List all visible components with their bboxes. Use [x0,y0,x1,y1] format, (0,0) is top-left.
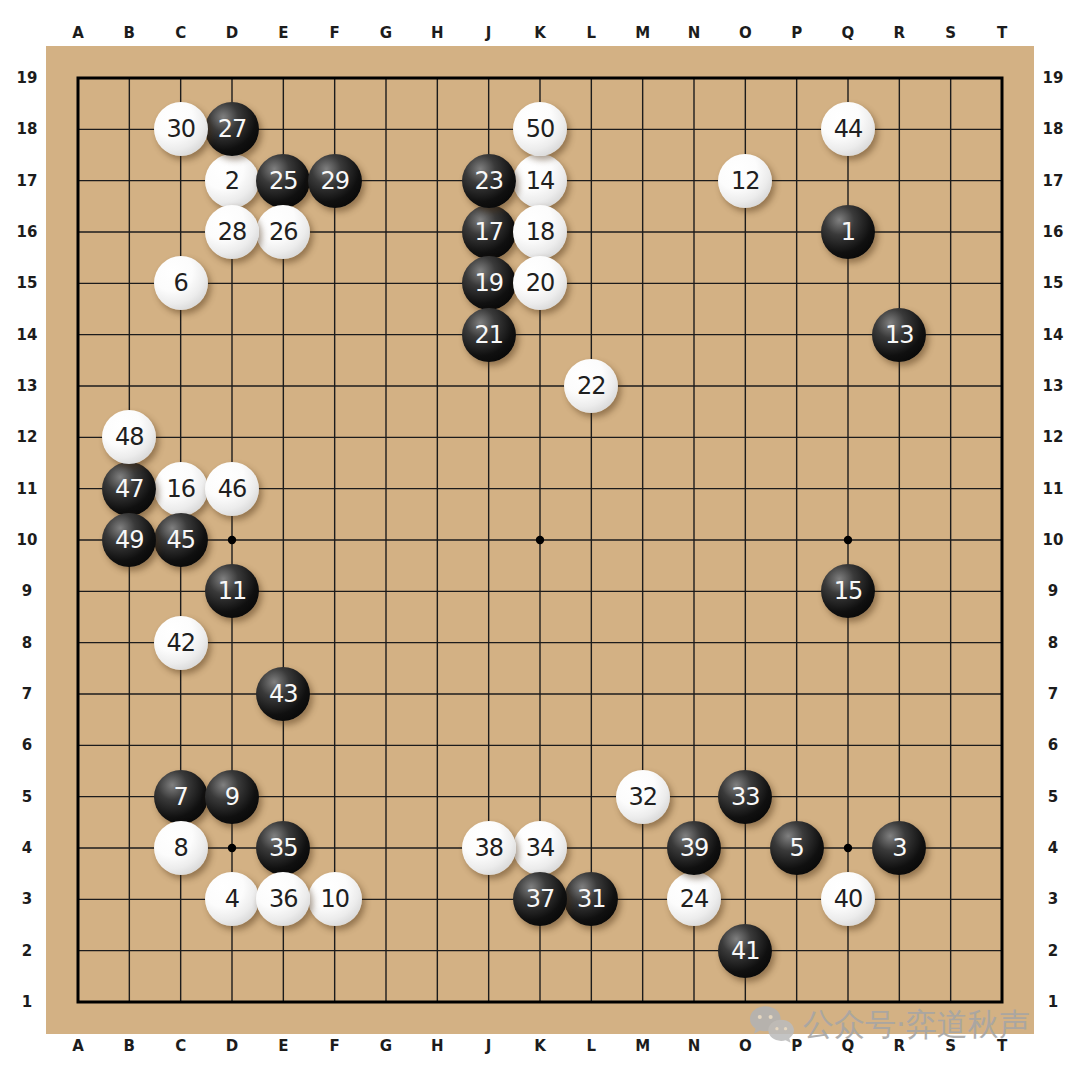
stone-6[interactable]: 6 [154,256,208,310]
row-label-left: 17 [17,173,38,188]
col-label-bottom: Q [842,1039,855,1054]
move-number: 9 [225,785,239,809]
col-label-bottom: L [587,1039,597,1054]
row-label-left: 9 [22,584,32,599]
row-label-left: 7 [22,687,32,702]
row-label-right: 8 [1048,635,1058,650]
move-number: 40 [834,887,863,911]
move-number: 37 [526,887,555,911]
stone-2[interactable]: 2 [205,154,259,208]
stone-19[interactable]: 19 [462,256,516,310]
stone-45[interactable]: 45 [154,513,208,567]
move-number: 43 [269,682,298,706]
row-label-left: 2 [22,943,32,958]
row-label-right: 17 [1043,173,1064,188]
move-number: 2 [225,169,239,193]
row-label-left: 11 [17,481,38,496]
stone-18[interactable]: 18 [513,205,567,259]
col-label-bottom: O [739,1039,752,1054]
row-label-left: 3 [22,892,32,907]
stone-46[interactable]: 46 [205,462,259,516]
stone-17[interactable]: 17 [462,205,516,259]
move-number: 17 [474,220,503,244]
row-label-right: 2 [1048,943,1058,958]
stone-50[interactable]: 50 [513,102,567,156]
col-label-bottom: B [124,1039,135,1054]
move-number: 45 [166,528,195,552]
stone-4[interactable]: 4 [205,872,259,926]
col-label-bottom: E [278,1039,288,1054]
col-label-top: O [739,26,752,41]
col-label-bottom: N [688,1039,701,1054]
row-label-left: 4 [22,841,32,856]
move-number: 15 [834,579,863,603]
move-number: 20 [526,271,555,295]
move-number: 23 [474,169,503,193]
stone-10[interactable]: 10 [308,872,362,926]
move-number: 32 [628,785,657,809]
row-label-left: 12 [17,430,38,445]
stone-5[interactable]: 5 [770,821,824,875]
col-label-bottom: F [330,1039,340,1054]
col-label-top: T [997,26,1007,41]
move-number: 29 [320,169,349,193]
move-number: 25 [269,169,298,193]
stone-20[interactable]: 20 [513,256,567,310]
stone-16[interactable]: 16 [154,462,208,516]
col-label-top: P [791,26,802,41]
go-diagram-page: AABBCCDDEEFFGGHHJJKKLLMMNNOOPPQQRRSSTT19… [0,0,1080,1080]
move-number: 34 [526,836,555,860]
col-label-bottom: A [72,1039,84,1054]
move-number: 14 [526,169,555,193]
move-number: 35 [269,836,298,860]
col-label-bottom: R [894,1039,906,1054]
stone-34[interactable]: 34 [513,821,567,875]
stone-28[interactable]: 28 [205,205,259,259]
col-label-top: F [330,26,340,41]
stone-25[interactable]: 25 [256,154,310,208]
move-number: 30 [166,117,195,141]
row-label-left: 16 [17,225,38,240]
row-label-right: 15 [1043,276,1064,291]
move-number: 38 [474,836,503,860]
move-number: 13 [885,323,914,347]
row-label-left: 19 [17,71,38,86]
stone-8[interactable]: 8 [154,821,208,875]
col-label-bottom: G [380,1039,392,1054]
move-number: 8 [174,836,188,860]
row-label-left: 18 [17,122,38,137]
move-number: 21 [474,323,503,347]
row-label-right: 3 [1048,892,1058,907]
move-number: 46 [218,477,247,501]
col-label-top: E [278,26,288,41]
stone-21[interactable]: 21 [462,308,516,362]
row-label-left: 14 [17,327,38,342]
stone-11[interactable]: 11 [205,564,259,618]
move-number: 31 [577,887,606,911]
row-label-right: 1 [1048,995,1058,1010]
col-label-top: J [486,26,492,41]
row-label-right: 9 [1048,584,1058,599]
col-label-top: L [587,26,597,41]
col-label-top: A [72,26,84,41]
stone-44[interactable]: 44 [821,102,875,156]
col-label-bottom: P [791,1039,802,1054]
move-number: 26 [269,220,298,244]
move-number: 11 [218,579,247,603]
col-label-top: C [175,26,186,41]
stone-40[interactable]: 40 [821,872,875,926]
col-label-bottom: J [486,1039,492,1054]
move-number: 44 [834,117,863,141]
col-label-bottom: K [534,1039,546,1054]
stone-43[interactable]: 43 [256,667,310,721]
col-label-bottom: T [997,1039,1007,1054]
move-number: 7 [174,785,188,809]
col-label-top: K [534,26,546,41]
stone-32[interactable]: 32 [616,770,670,824]
row-label-right: 19 [1043,71,1064,86]
col-label-top: S [945,26,956,41]
col-label-bottom: S [945,1039,956,1054]
stone-3[interactable]: 3 [872,821,926,875]
move-number: 24 [680,887,709,911]
stone-39[interactable]: 39 [667,821,721,875]
row-label-right: 12 [1043,430,1064,445]
row-label-right: 4 [1048,841,1058,856]
row-label-left: 1 [22,995,32,1010]
move-number: 4 [225,887,239,911]
stone-7[interactable]: 7 [154,770,208,824]
row-label-left: 5 [22,789,32,804]
col-label-top: N [688,26,701,41]
stone-23[interactable]: 23 [462,154,516,208]
col-label-top: H [431,26,444,41]
stone-42[interactable]: 42 [154,616,208,670]
move-number: 33 [731,785,760,809]
stone-27[interactable]: 27 [205,102,259,156]
stone-12[interactable]: 12 [718,154,772,208]
stone-47[interactable]: 47 [102,462,156,516]
move-number: 6 [174,271,188,295]
row-label-right: 7 [1048,687,1058,702]
stone-24[interactable]: 24 [667,872,721,926]
stone-14[interactable]: 14 [513,154,567,208]
stone-29[interactable]: 29 [308,154,362,208]
row-label-right: 6 [1048,738,1058,753]
stone-49[interactable]: 49 [102,513,156,567]
move-number: 18 [526,220,555,244]
stone-22[interactable]: 22 [564,359,618,413]
stone-30[interactable]: 30 [154,102,208,156]
move-number: 48 [115,425,144,449]
col-label-bottom: D [226,1039,238,1054]
row-label-right: 14 [1043,327,1064,342]
col-label-top: M [635,26,650,41]
stone-1[interactable]: 1 [821,205,875,259]
col-label-top: B [124,26,135,41]
move-number: 50 [526,117,555,141]
move-number: 41 [731,939,760,963]
stone-37[interactable]: 37 [513,872,567,926]
move-number: 27 [218,117,247,141]
move-number: 19 [474,271,503,295]
stone-26[interactable]: 26 [256,205,310,259]
move-number: 28 [218,220,247,244]
move-number: 36 [269,887,298,911]
move-number: 1 [841,220,855,244]
row-label-right: 5 [1048,789,1058,804]
move-number: 3 [892,836,906,860]
stone-15[interactable]: 15 [821,564,875,618]
row-label-left: 8 [22,635,32,650]
row-label-right: 10 [1043,533,1064,548]
col-label-top: D [226,26,238,41]
col-label-top: R [894,26,906,41]
col-label-bottom: C [175,1039,186,1054]
col-label-bottom: M [635,1039,650,1054]
move-number: 10 [320,887,349,911]
row-label-right: 13 [1043,379,1064,394]
row-label-right: 11 [1043,481,1064,496]
col-label-top: Q [842,26,855,41]
row-label-left: 10 [17,533,38,548]
move-number: 16 [166,477,195,501]
row-label-right: 16 [1043,225,1064,240]
row-label-left: 6 [22,738,32,753]
col-label-bottom: H [431,1039,444,1054]
row-label-left: 15 [17,276,38,291]
move-number: 12 [731,169,760,193]
move-number: 49 [115,528,144,552]
stone-41[interactable]: 41 [718,924,772,978]
stone-38[interactable]: 38 [462,821,516,875]
move-number: 5 [790,836,804,860]
stone-35[interactable]: 35 [256,821,310,875]
stone-33[interactable]: 33 [718,770,772,824]
move-number: 22 [577,374,606,398]
col-label-top: G [380,26,392,41]
row-label-right: 18 [1043,122,1064,137]
row-label-left: 13 [17,379,38,394]
move-number: 39 [680,836,709,860]
move-number: 47 [115,477,144,501]
stone-9[interactable]: 9 [205,770,259,824]
stone-13[interactable]: 13 [872,308,926,362]
move-number: 42 [166,631,195,655]
